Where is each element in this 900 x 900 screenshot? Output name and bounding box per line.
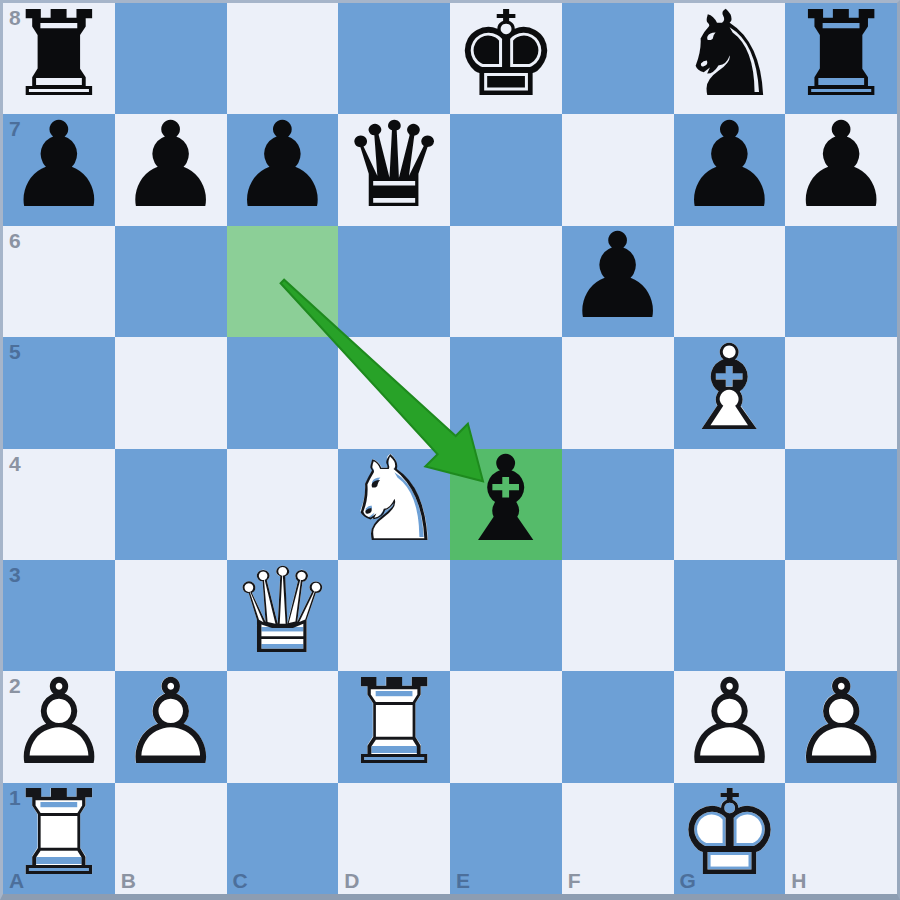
square-e7[interactable] bbox=[450, 114, 562, 225]
piece-black-bishop[interactable]: ♝ bbox=[450, 449, 562, 560]
white-pawn-outline-icon: ♙ bbox=[788, 663, 894, 781]
piece-black-king[interactable]: ♚ bbox=[450, 3, 562, 114]
square-c1[interactable]: C bbox=[227, 783, 339, 894]
square-c6[interactable] bbox=[227, 226, 339, 337]
file-label-d: D bbox=[344, 869, 359, 893]
rank-label-3: 3 bbox=[9, 563, 21, 587]
black-pawn-icon: ♟ bbox=[6, 106, 112, 224]
square-b1[interactable]: B bbox=[115, 783, 227, 894]
file-label-e: E bbox=[456, 869, 470, 893]
white-rook-outline-icon: ♖ bbox=[341, 663, 447, 781]
white-queen-outline-icon: ♕ bbox=[229, 552, 335, 670]
piece-white-rook[interactable]: ♜♖ bbox=[3, 783, 115, 894]
black-king-icon: ♚ bbox=[453, 0, 559, 113]
piece-black-pawn[interactable]: ♟ bbox=[3, 114, 115, 225]
piece-white-knight[interactable]: ♞♘ bbox=[338, 449, 450, 560]
square-a6[interactable]: 6 bbox=[3, 226, 115, 337]
board-grid: 8♜♚♞♜7♟♟♟♛♟♟6♟5♝♗4♞♘♝3♛♕2♟♙♟♙♜♖♟♙♟♙1A♜♖B… bbox=[3, 3, 897, 894]
rank-label-5: 5 bbox=[9, 340, 21, 364]
piece-white-king[interactable]: ♚♔ bbox=[674, 783, 786, 894]
black-pawn-icon: ♟ bbox=[229, 106, 335, 224]
square-a7[interactable]: 7♟ bbox=[3, 114, 115, 225]
square-f2[interactable] bbox=[562, 671, 674, 782]
piece-black-pawn[interactable]: ♟ bbox=[562, 226, 674, 337]
square-e1[interactable]: E bbox=[450, 783, 562, 894]
square-e6[interactable] bbox=[450, 226, 562, 337]
chess-board: 8♜♚♞♜7♟♟♟♛♟♟6♟5♝♗4♞♘♝3♛♕2♟♙♟♙♜♖♟♙♟♙1A♜♖B… bbox=[0, 0, 900, 900]
white-pawn-outline-icon: ♙ bbox=[118, 663, 224, 781]
square-g1[interactable]: G♚♔ bbox=[674, 783, 786, 894]
square-b6[interactable] bbox=[115, 226, 227, 337]
square-e3[interactable] bbox=[450, 560, 562, 671]
square-d1[interactable]: D bbox=[338, 783, 450, 894]
file-label-f: F bbox=[568, 869, 581, 893]
white-knight-outline-icon: ♘ bbox=[341, 440, 447, 558]
piece-white-queen[interactable]: ♛♕ bbox=[227, 560, 339, 671]
black-queen-icon: ♛ bbox=[341, 106, 447, 224]
square-e4[interactable]: ♝ bbox=[450, 449, 562, 560]
square-e2[interactable] bbox=[450, 671, 562, 782]
file-label-h: H bbox=[791, 869, 806, 893]
black-pawn-icon: ♟ bbox=[118, 106, 224, 224]
square-g7[interactable]: ♟ bbox=[674, 114, 786, 225]
piece-white-rook[interactable]: ♜♖ bbox=[338, 671, 450, 782]
white-pawn-outline-icon: ♙ bbox=[6, 663, 112, 781]
square-b5[interactable] bbox=[115, 337, 227, 448]
square-a5[interactable]: 5 bbox=[3, 337, 115, 448]
black-bishop-icon: ♝ bbox=[453, 440, 559, 558]
rank-label-4: 4 bbox=[9, 452, 21, 476]
piece-white-pawn[interactable]: ♟♙ bbox=[115, 671, 227, 782]
square-h4[interactable] bbox=[785, 449, 897, 560]
square-d6[interactable] bbox=[338, 226, 450, 337]
square-b2[interactable]: ♟♙ bbox=[115, 671, 227, 782]
piece-black-pawn[interactable]: ♟ bbox=[785, 114, 897, 225]
square-h5[interactable] bbox=[785, 337, 897, 448]
square-f6[interactable]: ♟ bbox=[562, 226, 674, 337]
white-pawn-outline-icon: ♙ bbox=[676, 663, 782, 781]
square-d4[interactable]: ♞♘ bbox=[338, 449, 450, 560]
square-c3[interactable]: ♛♕ bbox=[227, 560, 339, 671]
square-f5[interactable] bbox=[562, 337, 674, 448]
white-rook-outline-icon: ♖ bbox=[6, 775, 112, 893]
square-f8[interactable] bbox=[562, 3, 674, 114]
square-d2[interactable]: ♜♖ bbox=[338, 671, 450, 782]
black-pawn-icon: ♟ bbox=[676, 106, 782, 224]
square-h7[interactable]: ♟ bbox=[785, 114, 897, 225]
white-king-outline-icon: ♔ bbox=[676, 775, 782, 893]
square-a4[interactable]: 4 bbox=[3, 449, 115, 560]
square-b7[interactable]: ♟ bbox=[115, 114, 227, 225]
piece-white-bishop[interactable]: ♝♗ bbox=[674, 337, 786, 448]
square-c2[interactable] bbox=[227, 671, 339, 782]
square-h6[interactable] bbox=[785, 226, 897, 337]
piece-white-pawn[interactable]: ♟♙ bbox=[785, 671, 897, 782]
black-pawn-icon: ♟ bbox=[565, 218, 671, 336]
square-f4[interactable] bbox=[562, 449, 674, 560]
piece-black-pawn[interactable]: ♟ bbox=[115, 114, 227, 225]
square-h2[interactable]: ♟♙ bbox=[785, 671, 897, 782]
square-c7[interactable]: ♟ bbox=[227, 114, 339, 225]
square-a1[interactable]: 1A♜♖ bbox=[3, 783, 115, 894]
square-f1[interactable]: F bbox=[562, 783, 674, 894]
file-label-c: C bbox=[233, 869, 248, 893]
black-pawn-icon: ♟ bbox=[788, 106, 894, 224]
piece-black-pawn[interactable]: ♟ bbox=[674, 114, 786, 225]
white-bishop-outline-icon: ♗ bbox=[676, 329, 782, 447]
file-label-b: B bbox=[121, 869, 136, 893]
square-g5[interactable]: ♝♗ bbox=[674, 337, 786, 448]
rank-label-6: 6 bbox=[9, 229, 21, 253]
square-h1[interactable]: H bbox=[785, 783, 897, 894]
square-g4[interactable] bbox=[674, 449, 786, 560]
piece-black-queen[interactable]: ♛ bbox=[338, 114, 450, 225]
square-c5[interactable] bbox=[227, 337, 339, 448]
square-d7[interactable]: ♛ bbox=[338, 114, 450, 225]
square-b4[interactable] bbox=[115, 449, 227, 560]
piece-black-pawn[interactable]: ♟ bbox=[227, 114, 339, 225]
square-e8[interactable]: ♚ bbox=[450, 3, 562, 114]
square-f3[interactable] bbox=[562, 560, 674, 671]
